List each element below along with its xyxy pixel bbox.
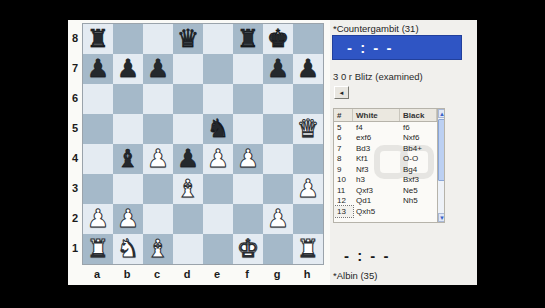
square-d6[interactable] bbox=[173, 84, 203, 114]
white-move[interactable]: Nf3 bbox=[353, 164, 400, 175]
white-player-clock: - : - - bbox=[344, 247, 390, 264]
square-b6[interactable] bbox=[113, 84, 143, 114]
file-label-f: f bbox=[232, 265, 262, 283]
square-g8[interactable]: ♚ bbox=[263, 24, 293, 54]
square-g5[interactable] bbox=[263, 114, 293, 144]
square-d1[interactable] bbox=[173, 234, 203, 264]
move-number[interactable]: 12 bbox=[334, 196, 353, 207]
rank-label-7: 7 bbox=[68, 53, 82, 83]
square-b3[interactable] bbox=[113, 174, 143, 204]
file-label-b: b bbox=[112, 265, 142, 283]
move-list-header: # White Black bbox=[334, 109, 437, 122]
move-row: 13Qxh5 bbox=[334, 206, 437, 217]
square-c7[interactable]: ♟ bbox=[143, 54, 173, 84]
white-move[interactable]: Bd3 bbox=[353, 143, 400, 154]
square-d4[interactable]: ♟ bbox=[173, 144, 203, 174]
file-label-d: d bbox=[172, 265, 202, 283]
header-move-number: # bbox=[334, 109, 353, 121]
square-c6[interactable] bbox=[143, 84, 173, 114]
black-pawn: ♟ bbox=[143, 54, 173, 84]
move-number[interactable]: 9 bbox=[334, 164, 353, 175]
back-arrow-icon: ◄ bbox=[339, 90, 345, 96]
white-move[interactable]: exf6 bbox=[353, 133, 400, 144]
move-number[interactable]: 10 bbox=[334, 175, 353, 186]
square-c1[interactable]: ♝ bbox=[143, 234, 173, 264]
game-type-label: 3 0 r Blitz (examined) bbox=[333, 71, 423, 82]
square-e6[interactable] bbox=[203, 84, 233, 114]
square-e4[interactable]: ♟ bbox=[203, 144, 233, 174]
black-bishop: ♝ bbox=[113, 144, 143, 174]
white-bishop: ♝ bbox=[143, 234, 173, 264]
move-row: 6exf6Nxf6 bbox=[334, 133, 437, 144]
black-queen: ♛ bbox=[173, 24, 203, 54]
square-c5[interactable] bbox=[143, 114, 173, 144]
square-h8[interactable] bbox=[293, 24, 323, 54]
file-labels: abcdefgh bbox=[82, 265, 322, 283]
chess-board[interactable]: ♜♛♜♚♟♟♟♟♟♞♛♝♟♟♟♟♝♟♟♟♟♜♞♝♚♜ bbox=[82, 23, 324, 265]
white-move[interactable]: f4 bbox=[353, 122, 400, 133]
square-a3[interactable] bbox=[83, 174, 113, 204]
square-g4[interactable] bbox=[263, 144, 293, 174]
white-move[interactable]: Kf1 bbox=[353, 154, 400, 165]
square-a5[interactable] bbox=[83, 114, 113, 144]
chess-board-panel: 87654321 ♜♛♜♚♟♟♟♟♟♞♛♝♟♟♟♟♝♟♟♟♟♜♞♝♚♜ abcd… bbox=[68, 20, 330, 285]
scroll-up-button[interactable]: ▲ bbox=[438, 109, 445, 118]
square-b5[interactable] bbox=[113, 114, 143, 144]
black-move[interactable]: f6 bbox=[400, 122, 437, 133]
square-h3[interactable]: ♟ bbox=[293, 174, 323, 204]
nav-back-button[interactable]: ◄ bbox=[334, 86, 349, 99]
rank-label-4: 4 bbox=[68, 143, 82, 173]
game-info-panel: *Countergambit (31) - : - - 3 0 r Blitz … bbox=[330, 20, 477, 285]
white-rook: ♜ bbox=[293, 234, 323, 264]
rank-label-1: 1 bbox=[68, 233, 82, 263]
square-a4[interactable] bbox=[83, 144, 113, 174]
square-c8[interactable] bbox=[143, 24, 173, 54]
file-label-e: e bbox=[202, 265, 232, 283]
square-c4[interactable]: ♟ bbox=[143, 144, 173, 174]
square-e3[interactable] bbox=[203, 174, 233, 204]
square-b4[interactable]: ♝ bbox=[113, 144, 143, 174]
black-move[interactable]: Bxf3 bbox=[400, 175, 437, 186]
square-a1[interactable]: ♜ bbox=[83, 234, 113, 264]
file-label-a: a bbox=[82, 265, 112, 283]
square-g6[interactable] bbox=[263, 84, 293, 114]
square-h6[interactable] bbox=[293, 84, 323, 114]
move-row: 12Qd1Nh5 bbox=[334, 196, 437, 207]
square-d5[interactable] bbox=[173, 114, 203, 144]
black-move[interactable] bbox=[400, 206, 437, 217]
square-g7[interactable]: ♟ bbox=[263, 54, 293, 84]
white-move[interactable]: h3 bbox=[353, 175, 400, 186]
square-e1[interactable] bbox=[203, 234, 233, 264]
black-move[interactable]: Nxf6 bbox=[400, 133, 437, 144]
header-black: Black bbox=[400, 109, 437, 121]
move-list-table: # White Black 5f4f66exf6Nxf67Bd3Bb4+8Kf1… bbox=[333, 108, 445, 223]
move-row: 5f4f6 bbox=[334, 122, 437, 133]
square-h1[interactable]: ♜ bbox=[293, 234, 323, 264]
move-row: 8Kf1O-O bbox=[334, 154, 437, 165]
black-move[interactable]: Ne5 bbox=[400, 185, 437, 196]
square-f1[interactable]: ♚ bbox=[233, 234, 263, 264]
square-c2[interactable] bbox=[143, 204, 173, 234]
white-move[interactable]: Qxf3 bbox=[353, 185, 400, 196]
square-d8[interactable]: ♛ bbox=[173, 24, 203, 54]
square-b1[interactable]: ♞ bbox=[113, 234, 143, 264]
white-rook: ♜ bbox=[83, 234, 113, 264]
file-label-c: c bbox=[142, 265, 172, 283]
move-row: 11Qxf3Ne5 bbox=[334, 185, 437, 196]
square-e7[interactable] bbox=[203, 54, 233, 84]
black-move[interactable]: Bg4 bbox=[400, 164, 437, 175]
move-number[interactable]: 8 bbox=[334, 154, 353, 165]
move-number[interactable]: 7 bbox=[334, 143, 353, 154]
rank-label-8: 8 bbox=[68, 23, 82, 53]
white-move[interactable]: Qxh5 bbox=[353, 206, 400, 217]
square-e8[interactable] bbox=[203, 24, 233, 54]
black-player-clock: - : - - bbox=[332, 35, 462, 60]
file-label-g: g bbox=[262, 265, 292, 283]
move-number[interactable]: 13 bbox=[334, 206, 353, 217]
white-bishop: ♝ bbox=[173, 174, 203, 204]
square-b8[interactable] bbox=[113, 24, 143, 54]
black-player-name: *Countergambit (31) bbox=[333, 23, 419, 34]
move-row: 7Bd3Bb4+ bbox=[334, 143, 437, 154]
square-f6[interactable] bbox=[233, 84, 263, 114]
square-h4[interactable] bbox=[293, 144, 323, 174]
move-rows: 5f4f66exf6Nxf67Bd3Bb4+8Kf1O-O9Nf3Bg410h3… bbox=[334, 122, 437, 217]
black-king: ♚ bbox=[263, 24, 293, 54]
square-g2[interactable]: ♟ bbox=[263, 204, 293, 234]
square-f4[interactable]: ♟ bbox=[233, 144, 263, 174]
header-white: White bbox=[353, 109, 400, 121]
white-queen: ♛ bbox=[293, 114, 323, 144]
white-move[interactable]: Qd1 bbox=[353, 196, 400, 207]
black-pawn: ♟ bbox=[293, 54, 323, 84]
square-f8[interactable]: ♜ bbox=[233, 24, 263, 54]
square-f5[interactable] bbox=[233, 114, 263, 144]
square-d7[interactable] bbox=[173, 54, 203, 84]
square-a6[interactable] bbox=[83, 84, 113, 114]
scroll-down-icon: ▼ bbox=[439, 215, 445, 221]
square-a7[interactable]: ♟ bbox=[83, 54, 113, 84]
file-label-h: h bbox=[292, 265, 322, 283]
rank-label-2: 2 bbox=[68, 203, 82, 233]
square-g3[interactable] bbox=[263, 174, 293, 204]
rank-labels: 87654321 bbox=[68, 23, 82, 263]
move-number[interactable]: 6 bbox=[334, 133, 353, 144]
square-b2[interactable]: ♟ bbox=[113, 204, 143, 234]
square-h2[interactable] bbox=[293, 204, 323, 234]
white-pawn: ♟ bbox=[263, 204, 293, 234]
white-pawn: ♟ bbox=[83, 204, 113, 234]
white-pawn: ♟ bbox=[143, 144, 173, 174]
move-number[interactable]: 5 bbox=[334, 122, 353, 133]
move-row: 10h3Bxf3 bbox=[334, 175, 437, 186]
black-move[interactable]: O-O bbox=[400, 154, 437, 165]
black-rook: ♜ bbox=[83, 24, 113, 54]
square-d3[interactable]: ♝ bbox=[173, 174, 203, 204]
rank-label-6: 6 bbox=[68, 83, 82, 113]
white-pawn: ♟ bbox=[293, 174, 323, 204]
black-knight: ♞ bbox=[203, 114, 233, 144]
black-pawn: ♟ bbox=[263, 54, 293, 84]
square-h5[interactable]: ♛ bbox=[293, 114, 323, 144]
square-c3[interactable] bbox=[143, 174, 173, 204]
white-pawn: ♟ bbox=[203, 144, 233, 174]
square-a2[interactable]: ♟ bbox=[83, 204, 113, 234]
black-move[interactable]: Nh5 bbox=[400, 196, 437, 207]
white-king: ♚ bbox=[233, 234, 263, 264]
square-f2[interactable] bbox=[233, 204, 263, 234]
white-pawn: ♟ bbox=[113, 204, 143, 234]
white-pawn: ♟ bbox=[233, 144, 263, 174]
black-pawn: ♟ bbox=[113, 54, 143, 84]
black-move[interactable]: Bb4+ bbox=[400, 143, 437, 154]
square-b7[interactable]: ♟ bbox=[113, 54, 143, 84]
white-player-name: *Albin (35) bbox=[333, 270, 377, 281]
square-h7[interactable]: ♟ bbox=[293, 54, 323, 84]
black-pawn: ♟ bbox=[83, 54, 113, 84]
scroll-up-icon: ▲ bbox=[439, 111, 445, 117]
rank-label-3: 3 bbox=[68, 173, 82, 203]
move-row: 9Nf3Bg4 bbox=[334, 164, 437, 175]
square-g1[interactable] bbox=[263, 234, 293, 264]
square-a8[interactable]: ♜ bbox=[83, 24, 113, 54]
rank-label-5: 5 bbox=[68, 113, 82, 143]
square-e2[interactable] bbox=[203, 204, 233, 234]
black-rook: ♜ bbox=[233, 24, 263, 54]
square-e5[interactable]: ♞ bbox=[203, 114, 233, 144]
square-f7[interactable] bbox=[233, 54, 263, 84]
square-d2[interactable] bbox=[173, 204, 203, 234]
square-f3[interactable] bbox=[233, 174, 263, 204]
scroll-down-button[interactable]: ▼ bbox=[438, 213, 445, 222]
black-pawn: ♟ bbox=[173, 144, 203, 174]
move-number[interactable]: 11 bbox=[334, 185, 353, 196]
white-knight: ♞ bbox=[113, 234, 143, 264]
